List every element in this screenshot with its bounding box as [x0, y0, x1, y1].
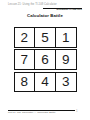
header-label: STUDENT HANDOUT: [57, 9, 82, 12]
grid-cell-r3c3: 3: [55, 73, 76, 92]
grid-row-1: 2 5 1: [14, 27, 77, 48]
header-left-text: Lesson 21: Using the TI-108 Calculator: [8, 3, 56, 6]
grid-cell-r1c2: 5: [34, 28, 55, 47]
grid-row-3: 8 4 3: [14, 72, 77, 93]
grid-cell-r3c1: 8: [15, 73, 35, 92]
page-number: 1: [76, 109, 78, 113]
grid-cell-r2c2: 6: [34, 50, 55, 69]
grid-cell-r3c2: 4: [34, 73, 55, 92]
grid-row-2: 7 6 9: [14, 49, 77, 70]
page-title: Calculator Battle: [0, 13, 90, 18]
grid-cell-r1c3: 1: [55, 28, 76, 47]
grid-cell-r2c3: 9: [55, 50, 76, 69]
number-grid: 2 5 1 7 6 9 8 4 3: [14, 27, 77, 92]
grid-cell-r1c1: 2: [15, 28, 35, 47]
grid-cell-r2c1: 7: [15, 50, 35, 69]
footer-text: Unit 2 • The Calculator — Calculator Bat…: [8, 111, 68, 114]
worksheet-page: Lesson 21: Using the TI-108 Calculator S…: [0, 0, 90, 120]
